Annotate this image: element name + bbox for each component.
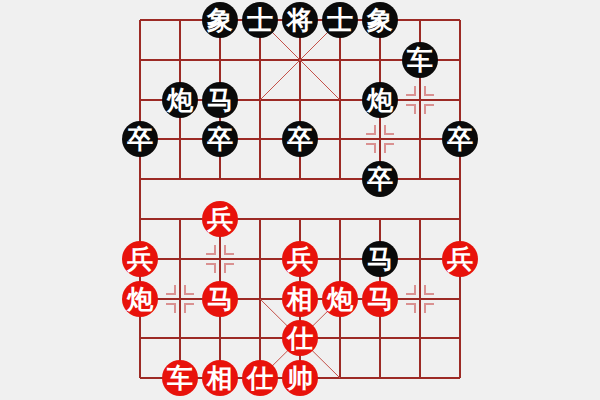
piece-red-soldier-i[interactable]: 兵 [442,241,478,277]
piece-black-cannon-left[interactable]: 炮 [162,82,198,118]
piece-black-horse-right[interactable]: 马 [362,241,398,277]
piece-black-elephant-left[interactable]: 象 [202,2,238,38]
piece-black-soldier-g[interactable]: 卒 [362,161,398,197]
piece-red-soldier-e[interactable]: 兵 [282,241,318,277]
piece-red-cannon-right[interactable]: 炮 [322,281,358,317]
piece-red-horse-right[interactable]: 马 [362,281,398,317]
piece-black-advisor-right[interactable]: 士 [322,2,358,38]
pieces-layer: 象士将士象车炮马炮卒卒卒卒卒马兵兵兵兵炮马相炮马仕车相仕帅 [0,0,600,400]
piece-black-cannon-right[interactable]: 炮 [362,82,398,118]
piece-red-elephant-right[interactable]: 相 [282,281,318,317]
piece-black-soldier-e[interactable]: 卒 [282,121,318,157]
piece-red-soldier-c[interactable]: 兵 [202,201,238,237]
piece-red-horse-left[interactable]: 马 [202,281,238,317]
piece-red-chariot[interactable]: 车 [162,360,198,396]
piece-black-soldier-i[interactable]: 卒 [442,121,478,157]
piece-black-horse-left[interactable]: 马 [202,82,238,118]
piece-black-soldier-a[interactable]: 卒 [122,121,158,157]
piece-black-advisor-left[interactable]: 士 [242,2,278,38]
piece-red-soldier-a[interactable]: 兵 [122,241,158,277]
piece-black-elephant-right[interactable]: 象 [362,2,398,38]
piece-black-general[interactable]: 将 [282,2,318,38]
xiangqi-board-area: 象士将士象车炮马炮卒卒卒卒卒马兵兵兵兵炮马相炮马仕车相仕帅 [0,0,600,400]
piece-red-advisor-left[interactable]: 仕 [242,360,278,396]
piece-red-general[interactable]: 帅 [282,360,318,396]
piece-red-advisor-right[interactable]: 仕 [282,320,318,356]
piece-black-chariot[interactable]: 车 [402,42,438,78]
piece-black-soldier-c[interactable]: 卒 [202,121,238,157]
piece-red-elephant-left[interactable]: 相 [202,360,238,396]
piece-red-cannon-left[interactable]: 炮 [122,281,158,317]
